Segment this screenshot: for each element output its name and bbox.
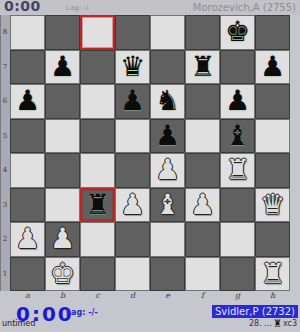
- piece-white-king[interactable]: ♚: [45, 257, 80, 292]
- rank-label-1: 1: [0, 257, 10, 292]
- square-f1[interactable]: [185, 257, 220, 292]
- square-h3[interactable]: ♛: [255, 188, 290, 223]
- piece-white-pawn[interactable]: ♟: [45, 222, 80, 257]
- square-f3[interactable]: ♟: [185, 188, 220, 223]
- square-d6[interactable]: ♟: [115, 84, 150, 119]
- rank-label-6: 6: [0, 84, 10, 119]
- square-a6[interactable]: ♟: [10, 84, 45, 119]
- square-f8[interactable]: [185, 15, 220, 50]
- square-g8[interactable]: ♚: [220, 15, 255, 50]
- bottom-player-name: Svidler,P (2732): [212, 305, 298, 318]
- piece-white-pawn[interactable]: ♟: [115, 188, 150, 223]
- piece-black-pawn[interactable]: ♟: [45, 50, 80, 85]
- square-d7[interactable]: ♛: [115, 50, 150, 85]
- file-label-e: e: [150, 291, 185, 303]
- piece-black-pawn[interactable]: ♟: [10, 84, 45, 119]
- piece-black-rook[interactable]: ♜: [80, 188, 115, 223]
- file-label-f: f: [185, 291, 220, 303]
- piece-white-pawn[interactable]: ♟: [185, 188, 220, 223]
- square-g7[interactable]: [220, 50, 255, 85]
- square-f2[interactable]: [185, 222, 220, 257]
- square-e7[interactable]: [150, 50, 185, 85]
- top-player-lag: Lag: -/-: [66, 4, 91, 12]
- piece-white-queen[interactable]: ♛: [255, 188, 290, 223]
- piece-black-king[interactable]: ♚: [220, 15, 255, 50]
- square-h5[interactable]: [255, 119, 290, 154]
- piece-black-pawn[interactable]: ♟: [115, 84, 150, 119]
- square-d8[interactable]: [115, 15, 150, 50]
- rank-labels: 87654321: [0, 15, 10, 291]
- square-e4[interactable]: ♟: [150, 153, 185, 188]
- rank-label-4: 4: [0, 153, 10, 188]
- top-player-bar: 0:00 Lag: -/- Morozevich,A (2755): [0, 0, 300, 15]
- piece-black-pawn[interactable]: ♟: [220, 84, 255, 119]
- rank-label-3: 3: [0, 188, 10, 223]
- piece-white-pawn[interactable]: ♟: [10, 222, 45, 257]
- square-c4[interactable]: [80, 153, 115, 188]
- square-c6[interactable]: [80, 84, 115, 119]
- last-move-san: xc3: [283, 319, 297, 328]
- timing-status: untimed: [2, 319, 35, 328]
- square-d4[interactable]: [115, 153, 150, 188]
- square-b1[interactable]: ♚: [45, 257, 80, 292]
- piece-black-bishop[interactable]: ♝: [220, 119, 255, 154]
- square-a4[interactable]: [10, 153, 45, 188]
- square-a2[interactable]: ♟: [10, 222, 45, 257]
- square-h2[interactable]: [255, 222, 290, 257]
- square-a5[interactable]: [10, 119, 45, 154]
- bottom-player-lag: Lag: -/-: [66, 308, 98, 317]
- rank-label-2: 2: [0, 222, 10, 257]
- square-h7[interactable]: ♟: [255, 50, 290, 85]
- square-f6[interactable]: [185, 84, 220, 119]
- file-label-c: c: [80, 291, 115, 303]
- piece-white-rook[interactable]: ♜: [255, 257, 290, 292]
- square-b2[interactable]: ♟: [45, 222, 80, 257]
- square-e6[interactable]: ♞: [150, 84, 185, 119]
- square-h4[interactable]: [255, 153, 290, 188]
- piece-black-queen[interactable]: ♛: [115, 50, 150, 85]
- square-a1[interactable]: [10, 257, 45, 292]
- file-label-g: g: [220, 291, 255, 303]
- square-e5[interactable]: ♟: [150, 119, 185, 154]
- square-b8[interactable]: [45, 15, 80, 50]
- square-e8[interactable]: [150, 15, 185, 50]
- square-b7[interactable]: ♟: [45, 50, 80, 85]
- piece-black-knight[interactable]: ♞: [150, 84, 185, 119]
- rook-figurine-icon: ♜: [273, 320, 282, 328]
- file-label-d: d: [115, 291, 150, 303]
- square-d5[interactable]: [115, 119, 150, 154]
- top-player-clock: 0:00: [4, 0, 41, 14]
- board: ♚♟♛♜♟♟♟♞♟♟♝♟♜♜♟♝♟♛♟♟♚♜: [10, 15, 290, 291]
- square-h8[interactable]: [255, 15, 290, 50]
- square-a3[interactable]: [10, 188, 45, 223]
- square-c5[interactable]: [80, 119, 115, 154]
- square-b3[interactable]: [45, 188, 80, 223]
- square-c2[interactable]: [80, 222, 115, 257]
- square-d2[interactable]: [115, 222, 150, 257]
- square-d3[interactable]: ♟: [115, 188, 150, 223]
- square-e2[interactable]: [150, 222, 185, 257]
- piece-white-bishop[interactable]: ♝: [150, 188, 185, 223]
- top-player-name: Morozevich,A (2755): [193, 2, 296, 13]
- file-label-h: h: [255, 291, 290, 303]
- piece-black-pawn[interactable]: ♟: [255, 50, 290, 85]
- square-a7[interactable]: [10, 50, 45, 85]
- square-g4[interactable]: ♜: [220, 153, 255, 188]
- rank-label-5: 5: [0, 119, 10, 154]
- square-c1[interactable]: [80, 257, 115, 292]
- square-a8[interactable]: [10, 15, 45, 50]
- square-g5[interactable]: ♝: [220, 119, 255, 154]
- piece-black-rook[interactable]: ♜: [185, 50, 220, 85]
- square-f7[interactable]: ♜: [185, 50, 220, 85]
- square-h6[interactable]: [255, 84, 290, 119]
- square-c7[interactable]: [80, 50, 115, 85]
- square-c3[interactable]: ♜: [80, 188, 115, 223]
- piece-white-rook[interactable]: ♜: [220, 153, 255, 188]
- piece-white-pawn[interactable]: ♟: [150, 153, 185, 188]
- rank-label-7: 7: [0, 50, 10, 85]
- square-g6[interactable]: ♟: [220, 84, 255, 119]
- square-d1[interactable]: [115, 257, 150, 292]
- square-g2[interactable]: [220, 222, 255, 257]
- square-f4[interactable]: [185, 153, 220, 188]
- square-e1[interactable]: [150, 257, 185, 292]
- square-b4[interactable]: [45, 153, 80, 188]
- square-h1[interactable]: ♜: [255, 257, 290, 292]
- last-move: 28. ... ♜ xc3: [249, 319, 297, 328]
- piece-black-pawn[interactable]: ♟: [150, 119, 185, 154]
- square-g1[interactable]: [220, 257, 255, 292]
- square-f5[interactable]: [185, 119, 220, 154]
- square-g3[interactable]: [220, 188, 255, 223]
- square-e3[interactable]: ♝: [150, 188, 185, 223]
- square-b6[interactable]: [45, 84, 80, 119]
- chess-app-window: 0:00 Lag: -/- Morozevich,A (2755) 876543…: [0, 0, 300, 332]
- rank-label-8: 8: [0, 15, 10, 50]
- square-b5[interactable]: [45, 119, 80, 154]
- last-move-number: 28. ...: [249, 319, 272, 328]
- square-c8[interactable]: [80, 15, 115, 50]
